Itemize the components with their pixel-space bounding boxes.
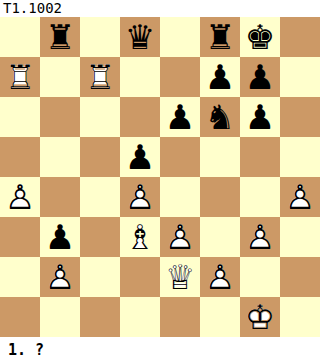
white-queen-piece: ♛♕ [160,257,200,297]
square-f6[interactable]: ♞ [200,97,240,137]
square-f4[interactable] [200,177,240,217]
black-pawn-piece: ♟ [200,57,240,97]
square-a7[interactable]: ♜♖ [0,57,40,97]
square-g1[interactable]: ♚♔ [240,297,280,337]
square-h4[interactable]: ♟♙ [280,177,320,217]
square-d1[interactable] [120,297,160,337]
square-d4[interactable]: ♟♙ [120,177,160,217]
piece-outline-glyph: ♙ [240,217,280,257]
piece-outline-glyph: ♙ [280,177,320,217]
white-king-piece: ♚♔ [240,297,280,337]
square-f5[interactable] [200,137,240,177]
square-h8[interactable] [280,17,320,57]
square-e2[interactable]: ♛♕ [160,257,200,297]
square-e1[interactable] [160,297,200,337]
white-pawn-piece: ♟♙ [280,177,320,217]
piece-outline-glyph: ♔ [240,297,280,337]
piece-outline-glyph: ♙ [160,217,200,257]
square-a6[interactable] [0,97,40,137]
black-pawn-piece: ♟ [160,97,200,137]
piece-outline-glyph: ♙ [120,177,160,217]
piece-outline-glyph: ♖ [0,57,40,97]
chess-board: ♜♛♜♚♜♖♜♖♟♟♟♞♟♟♟♙♟♙♟♙♟♝♗♟♙♟♙♟♙♛♕♟♙♚♔ [0,17,320,337]
square-e8[interactable] [160,17,200,57]
square-b4[interactable] [40,177,80,217]
black-pawn-piece: ♟ [40,217,80,257]
white-bishop-piece: ♝♗ [120,217,160,257]
square-h1[interactable] [280,297,320,337]
square-c5[interactable] [80,137,120,177]
square-e7[interactable] [160,57,200,97]
piece-outline-glyph: ♙ [200,257,240,297]
square-d7[interactable] [120,57,160,97]
square-d2[interactable] [120,257,160,297]
piece-outline-glyph: ♕ [160,257,200,297]
square-a3[interactable] [0,217,40,257]
square-d5[interactable]: ♟ [120,137,160,177]
square-c1[interactable] [80,297,120,337]
white-rook-piece: ♜♖ [80,57,120,97]
square-c7[interactable]: ♜♖ [80,57,120,97]
white-pawn-piece: ♟♙ [120,177,160,217]
square-f2[interactable]: ♟♙ [200,257,240,297]
white-pawn-piece: ♟♙ [200,257,240,297]
black-pawn-piece: ♟ [240,57,280,97]
square-g5[interactable] [240,137,280,177]
square-c4[interactable] [80,177,120,217]
square-c3[interactable] [80,217,120,257]
square-f3[interactable] [200,217,240,257]
black-king-piece: ♚ [240,17,280,57]
square-b3[interactable]: ♟ [40,217,80,257]
black-queen-piece: ♛ [120,17,160,57]
piece-outline-glyph: ♙ [0,177,40,217]
black-pawn-piece: ♟ [120,137,160,177]
square-b6[interactable] [40,97,80,137]
square-e6[interactable]: ♟ [160,97,200,137]
square-g4[interactable] [240,177,280,217]
square-a4[interactable]: ♟♙ [0,177,40,217]
square-g7[interactable]: ♟ [240,57,280,97]
square-h5[interactable] [280,137,320,177]
square-e3[interactable]: ♟♙ [160,217,200,257]
black-rook-piece: ♜ [40,17,80,57]
square-a8[interactable] [0,17,40,57]
square-f1[interactable] [200,297,240,337]
square-d3[interactable]: ♝♗ [120,217,160,257]
square-b1[interactable] [40,297,80,337]
square-b7[interactable] [40,57,80,97]
white-rook-piece: ♜♖ [0,57,40,97]
square-b5[interactable] [40,137,80,177]
black-knight-piece: ♞ [200,97,240,137]
square-a2[interactable] [0,257,40,297]
square-e4[interactable] [160,177,200,217]
square-h6[interactable] [280,97,320,137]
white-pawn-piece: ♟♙ [0,177,40,217]
square-a1[interactable] [0,297,40,337]
square-a5[interactable] [0,137,40,177]
piece-outline-glyph: ♗ [120,217,160,257]
piece-outline-glyph: ♖ [80,57,120,97]
white-pawn-piece: ♟♙ [240,217,280,257]
square-g2[interactable] [240,257,280,297]
white-pawn-piece: ♟♙ [160,217,200,257]
square-c8[interactable] [80,17,120,57]
square-h7[interactable] [280,57,320,97]
puzzle-id: T1.1002 [0,0,320,17]
square-h2[interactable] [280,257,320,297]
square-e5[interactable] [160,137,200,177]
square-d6[interactable] [120,97,160,137]
square-g8[interactable]: ♚ [240,17,280,57]
white-pawn-piece: ♟♙ [40,257,80,297]
black-pawn-piece: ♟ [240,97,280,137]
square-c6[interactable] [80,97,120,137]
piece-outline-glyph: ♙ [40,257,80,297]
square-g3[interactable]: ♟♙ [240,217,280,257]
square-c2[interactable] [80,257,120,297]
square-h3[interactable] [280,217,320,257]
square-b8[interactable]: ♜ [40,17,80,57]
square-d8[interactable]: ♛ [120,17,160,57]
square-g6[interactable]: ♟ [240,97,280,137]
square-f8[interactable]: ♜ [200,17,240,57]
black-rook-piece: ♜ [200,17,240,57]
move-prompt: 1. ? [0,337,320,359]
square-f7[interactable]: ♟ [200,57,240,97]
square-b2[interactable]: ♟♙ [40,257,80,297]
